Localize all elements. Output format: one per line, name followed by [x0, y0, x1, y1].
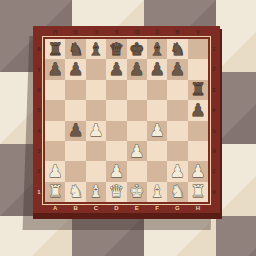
coordinate-label-6: 6	[33, 80, 45, 100]
coordinate-label-5: 5	[208, 121, 220, 141]
board-grid: ♜♞♝♛♚♝♞♟♟♟♟♟♟♜♟♟♟♟♟♟♟♟♟♜♞♝♛♚♝♞♜	[45, 39, 208, 202]
coordinate-label-8: 8	[33, 39, 45, 59]
coordinate-label-1: 1	[208, 39, 220, 59]
black-bishop[interactable]: ♝	[149, 41, 164, 58]
square-e4[interactable]	[127, 121, 147, 141]
square-h7[interactable]	[188, 59, 208, 79]
coordinate-label-E: E	[106, 26, 126, 39]
square-e7[interactable]: ♟	[127, 59, 147, 79]
coordinate-label-2: 2	[33, 161, 45, 181]
square-a8[interactable]: ♜	[45, 39, 65, 59]
square-g8[interactable]: ♞	[167, 39, 187, 59]
square-f5[interactable]	[147, 100, 167, 120]
square-g6[interactable]	[167, 80, 187, 100]
square-h5[interactable]: ♟	[188, 100, 208, 120]
black-bishop[interactable]: ♝	[88, 41, 103, 58]
square-a4[interactable]	[45, 121, 65, 141]
chess-board: HGFEDCBA ABCDEFGH 87654321 12345678 ♜♞♝♛…	[33, 26, 220, 213]
square-d6[interactable]	[106, 80, 126, 100]
square-f1[interactable]: ♝	[147, 182, 167, 202]
square-a7[interactable]: ♟	[45, 59, 65, 79]
black-knight[interactable]: ♞	[68, 41, 83, 58]
coordinate-label-C: C	[86, 202, 106, 213]
coordinate-label-C: C	[147, 26, 167, 39]
square-b8[interactable]: ♞	[65, 39, 85, 59]
square-g5[interactable]	[167, 100, 187, 120]
square-e5[interactable]	[127, 100, 147, 120]
square-f3[interactable]	[147, 141, 167, 161]
square-g3[interactable]	[167, 141, 187, 161]
square-c1[interactable]: ♝	[86, 182, 106, 202]
black-pawn[interactable]: ♟	[68, 61, 83, 78]
coordinate-label-B: B	[65, 202, 85, 213]
coordinate-label-6: 6	[208, 141, 220, 161]
coordinate-label-5: 5	[33, 100, 45, 120]
square-d1[interactable]: ♛	[106, 182, 126, 202]
background-tile	[216, 0, 256, 72]
square-f6[interactable]	[147, 80, 167, 100]
square-h1[interactable]: ♜	[188, 182, 208, 202]
square-b5[interactable]	[65, 100, 85, 120]
square-c7[interactable]	[86, 59, 106, 79]
background-tile	[216, 72, 256, 144]
square-h2[interactable]: ♟	[188, 161, 208, 181]
white-pawn[interactable]: ♟	[190, 163, 205, 180]
chess-app-scene: HGFEDCBA ABCDEFGH 87654321 12345678 ♜♞♝♛…	[0, 0, 256, 256]
square-h4[interactable]	[188, 121, 208, 141]
black-pawn[interactable]: ♟	[48, 61, 63, 78]
white-pawn[interactable]: ♟	[170, 163, 185, 180]
black-rook[interactable]: ♜	[48, 41, 63, 58]
coordinate-label-A: A	[45, 202, 65, 213]
square-g1[interactable]: ♞	[167, 182, 187, 202]
coordinate-label-B: B	[167, 26, 187, 39]
file-labels-top: HGFEDCBA	[45, 26, 208, 39]
square-g7[interactable]: ♟	[167, 59, 187, 79]
coordinate-label-F: F	[86, 26, 106, 39]
square-e2[interactable]	[127, 161, 147, 181]
white-pawn[interactable]: ♟	[149, 122, 164, 139]
coordinate-label-3: 3	[33, 141, 45, 161]
coordinate-label-H: H	[188, 202, 208, 213]
coordinate-label-4: 4	[33, 121, 45, 141]
coordinate-label-H: H	[45, 26, 65, 39]
white-pawn[interactable]: ♟	[88, 122, 103, 139]
square-f4[interactable]: ♟	[147, 121, 167, 141]
square-h3[interactable]	[188, 141, 208, 161]
black-rook[interactable]: ♜	[190, 81, 205, 98]
coordinate-label-G: G	[65, 26, 85, 39]
coordinate-label-7: 7	[33, 59, 45, 79]
black-pawn[interactable]: ♟	[149, 61, 164, 78]
white-bishop[interactable]: ♝	[88, 183, 103, 200]
coordinate-label-8: 8	[208, 182, 220, 202]
square-f7[interactable]: ♟	[147, 59, 167, 79]
square-d3[interactable]	[106, 141, 126, 161]
coordinate-label-G: G	[167, 202, 187, 213]
square-a3[interactable]	[45, 141, 65, 161]
square-c2[interactable]	[86, 161, 106, 181]
square-d2[interactable]: ♟	[106, 161, 126, 181]
coordinate-label-3: 3	[208, 80, 220, 100]
coordinate-label-E: E	[127, 202, 147, 213]
white-king[interactable]: ♚	[129, 183, 144, 200]
square-c8[interactable]: ♝	[86, 39, 106, 59]
white-pawn[interactable]: ♟	[109, 163, 124, 180]
black-king[interactable]: ♚	[129, 41, 144, 58]
white-pawn[interactable]: ♟	[129, 143, 144, 160]
coordinate-label-D: D	[127, 26, 147, 39]
white-pawn[interactable]: ♟	[48, 163, 63, 180]
black-pawn[interactable]: ♟	[68, 122, 83, 139]
rank-labels-left: 87654321	[33, 39, 45, 202]
square-e8[interactable]: ♚	[127, 39, 147, 59]
square-c6[interactable]	[86, 80, 106, 100]
square-f2[interactable]	[147, 161, 167, 181]
coordinate-label-F: F	[147, 202, 167, 213]
white-rook[interactable]: ♜	[48, 183, 63, 200]
square-d8[interactable]: ♛	[106, 39, 126, 59]
square-h8[interactable]	[188, 39, 208, 59]
black-pawn[interactable]: ♟	[129, 61, 144, 78]
square-b6[interactable]	[65, 80, 85, 100]
square-g4[interactable]	[167, 121, 187, 141]
black-queen[interactable]: ♛	[109, 41, 124, 58]
square-a6[interactable]	[45, 80, 65, 100]
coordinate-label-1: 1	[33, 182, 45, 202]
square-e1[interactable]: ♚	[127, 182, 147, 202]
square-b1[interactable]: ♞	[65, 182, 85, 202]
white-knight[interactable]: ♞	[170, 183, 185, 200]
square-c5[interactable]	[86, 100, 106, 120]
white-knight[interactable]: ♞	[68, 183, 83, 200]
rank-labels-right: 12345678	[208, 39, 220, 202]
square-b2[interactable]	[65, 161, 85, 181]
coordinate-label-D: D	[106, 202, 126, 213]
square-a1[interactable]: ♜	[45, 182, 65, 202]
square-b7[interactable]: ♟	[65, 59, 85, 79]
square-b4[interactable]: ♟	[65, 121, 85, 141]
square-d7[interactable]: ♟	[106, 59, 126, 79]
coordinate-label-2: 2	[208, 59, 220, 79]
square-d4[interactable]	[106, 121, 126, 141]
black-knight[interactable]: ♞	[170, 41, 185, 58]
white-queen[interactable]: ♛	[109, 183, 124, 200]
square-a2[interactable]: ♟	[45, 161, 65, 181]
file-labels-bottom: ABCDEFGH	[45, 202, 208, 213]
square-c3[interactable]	[86, 141, 106, 161]
coordinate-label-7: 7	[208, 161, 220, 181]
background-tile	[216, 216, 256, 256]
square-h6[interactable]: ♜	[188, 80, 208, 100]
black-pawn[interactable]: ♟	[109, 61, 124, 78]
square-b3[interactable]	[65, 141, 85, 161]
white-bishop[interactable]: ♝	[149, 183, 164, 200]
white-rook[interactable]: ♜	[190, 183, 205, 200]
square-e6[interactable]	[127, 80, 147, 100]
square-a5[interactable]	[45, 100, 65, 120]
background-tile	[216, 144, 256, 216]
square-g2[interactable]: ♟	[167, 161, 187, 181]
square-c4[interactable]: ♟	[86, 121, 106, 141]
square-d5[interactable]	[106, 100, 126, 120]
black-pawn[interactable]: ♟	[170, 61, 185, 78]
coordinate-label-A: A	[188, 26, 208, 39]
black-pawn[interactable]: ♟	[190, 102, 205, 119]
coordinate-label-4: 4	[208, 100, 220, 120]
square-f8[interactable]: ♝	[147, 39, 167, 59]
square-e3[interactable]: ♟	[127, 141, 147, 161]
